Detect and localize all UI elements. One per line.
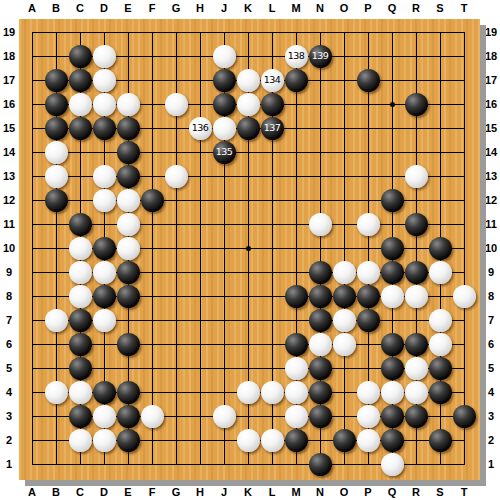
col-label-top-T: T	[454, 2, 474, 14]
row-label-left-9: 9	[0, 266, 18, 278]
stone-black-T3[interactable]	[453, 405, 476, 428]
star-point-K10	[246, 246, 251, 251]
col-label-bottom-J: J	[214, 486, 234, 498]
row-label-right-14: 14	[482, 146, 500, 158]
stone-black-C18[interactable]	[69, 45, 92, 68]
stone-black-C3[interactable]	[69, 405, 92, 428]
row-label-left-1: 1	[0, 458, 18, 470]
move-number-label: 135	[216, 147, 232, 157]
row-label-right-10: 10	[482, 242, 500, 254]
stone-black-E9[interactable]	[117, 261, 140, 284]
col-label-bottom-M: M	[286, 486, 306, 498]
stone-white-Q4[interactable]	[381, 381, 404, 404]
row-label-left-2: 2	[0, 434, 18, 446]
stone-white-D16[interactable]	[93, 93, 116, 116]
row-label-right-8: 8	[482, 290, 500, 302]
stone-black-D10[interactable]	[93, 237, 116, 260]
stone-black-C7[interactable]	[69, 309, 92, 332]
row-label-right-4: 4	[482, 386, 500, 398]
stone-black-D15[interactable]	[93, 117, 116, 140]
stone-white-D7[interactable]	[93, 309, 116, 332]
row-label-right-9: 9	[482, 266, 500, 278]
move-number-label: 136	[192, 123, 208, 133]
stone-black-D4[interactable]	[93, 381, 116, 404]
stone-black-Q9[interactable]	[381, 261, 404, 284]
stone-white-O7[interactable]	[333, 309, 356, 332]
row-label-right-1: 1	[482, 458, 500, 470]
stone-white-D13[interactable]	[93, 165, 116, 188]
stone-black-N4[interactable]	[309, 381, 332, 404]
stone-white-J3[interactable]	[213, 405, 236, 428]
stone-black-J17[interactable]	[213, 69, 236, 92]
stone-white-K2[interactable]	[237, 429, 260, 452]
stone-white-C9[interactable]	[69, 261, 92, 284]
stone-black-C17[interactable]	[69, 69, 92, 92]
stone-black-J14[interactable]: 135	[213, 141, 236, 164]
stone-black-D8[interactable]	[93, 285, 116, 308]
stone-white-C4[interactable]	[69, 381, 92, 404]
stone-white-C2[interactable]	[69, 429, 92, 452]
move-number-label: 137	[264, 123, 280, 133]
stone-black-Q3[interactable]	[381, 405, 404, 428]
row-label-left-8: 8	[0, 290, 18, 302]
stone-white-R8[interactable]	[405, 285, 428, 308]
stone-white-M18[interactable]: 138	[285, 45, 308, 68]
stone-black-M6[interactable]	[285, 333, 308, 356]
stone-black-E14[interactable]	[117, 141, 140, 164]
stone-black-C11[interactable]	[69, 213, 92, 236]
col-label-bottom-D: D	[94, 486, 114, 498]
stone-white-C16[interactable]	[69, 93, 92, 116]
col-label-top-D: D	[94, 2, 114, 14]
stone-black-O8[interactable]	[333, 285, 356, 308]
col-label-top-K: K	[238, 2, 258, 14]
col-label-bottom-O: O	[334, 486, 354, 498]
stone-black-E2[interactable]	[117, 429, 140, 452]
stone-white-J15[interactable]	[213, 117, 236, 140]
stone-white-G16[interactable]	[165, 93, 188, 116]
row-label-left-14: 14	[0, 146, 18, 158]
stone-black-J16[interactable]	[213, 93, 236, 116]
stone-black-S2[interactable]	[429, 429, 452, 452]
stone-white-C8[interactable]	[69, 285, 92, 308]
stone-white-H15[interactable]: 136	[189, 117, 212, 140]
col-label-bottom-F: F	[142, 486, 162, 498]
stone-white-S7[interactable]	[429, 309, 452, 332]
stone-white-Q1[interactable]	[381, 453, 404, 476]
stone-white-P11[interactable]	[357, 213, 380, 236]
stone-white-E10[interactable]	[117, 237, 140, 260]
row-label-left-19: 19	[0, 26, 18, 38]
col-label-bottom-K: K	[238, 486, 258, 498]
col-label-top-S: S	[430, 2, 450, 14]
move-number-label: 138	[288, 51, 304, 61]
col-label-bottom-R: R	[406, 486, 426, 498]
col-label-bottom-L: L	[262, 486, 282, 498]
row-label-right-18: 18	[482, 50, 500, 62]
stone-white-D17[interactable]	[93, 69, 116, 92]
stone-black-E3[interactable]	[117, 405, 140, 428]
stone-black-M17[interactable]	[285, 69, 308, 92]
stone-black-N7[interactable]	[309, 309, 332, 332]
row-label-right-17: 17	[482, 74, 500, 86]
stone-white-M4[interactable]	[285, 381, 308, 404]
stone-black-S5[interactable]	[429, 357, 452, 380]
col-label-bottom-H: H	[190, 486, 210, 498]
col-label-top-H: H	[190, 2, 210, 14]
stone-white-R4[interactable]	[405, 381, 428, 404]
col-label-bottom-A: A	[22, 486, 42, 498]
col-label-top-R: R	[406, 2, 426, 14]
stone-black-C6[interactable]	[69, 333, 92, 356]
row-label-right-15: 15	[482, 122, 500, 134]
stone-white-N11[interactable]	[309, 213, 332, 236]
stone-white-D18[interactable]	[93, 45, 116, 68]
col-label-bottom-E: E	[118, 486, 138, 498]
row-label-left-6: 6	[0, 338, 18, 350]
goban-diagram: ABCDEFGHJKLMNOPQRST ABCDEFGHJKLMNOPQRST …	[0, 0, 500, 500]
stone-black-E6[interactable]	[117, 333, 140, 356]
stone-white-E11[interactable]	[117, 213, 140, 236]
stone-black-R16[interactable]	[405, 93, 428, 116]
stone-black-M8[interactable]	[285, 285, 308, 308]
stone-black-Q12[interactable]	[381, 189, 404, 212]
row-label-right-19: 19	[482, 26, 500, 38]
col-label-bottom-C: C	[70, 486, 90, 498]
col-label-bottom-G: G	[166, 486, 186, 498]
col-label-bottom-P: P	[358, 486, 378, 498]
stone-white-T8[interactable]	[453, 285, 476, 308]
row-label-right-12: 12	[482, 194, 500, 206]
stone-black-Q6[interactable]	[381, 333, 404, 356]
stone-white-B14[interactable]	[45, 141, 68, 164]
grid-vline-O	[344, 32, 345, 465]
row-label-left-18: 18	[0, 50, 18, 62]
col-label-top-P: P	[358, 2, 378, 14]
stone-black-B17[interactable]	[45, 69, 68, 92]
stone-white-E16[interactable]	[117, 93, 140, 116]
row-label-right-16: 16	[482, 98, 500, 110]
row-label-left-16: 16	[0, 98, 18, 110]
col-label-bottom-N: N	[310, 486, 330, 498]
row-label-left-13: 13	[0, 170, 18, 182]
col-label-bottom-B: B	[46, 486, 66, 498]
stone-black-E4[interactable]	[117, 381, 140, 404]
stone-white-F3[interactable]	[141, 405, 164, 428]
stone-black-E13[interactable]	[117, 165, 140, 188]
row-label-right-13: 13	[482, 170, 500, 182]
col-label-top-Q: Q	[382, 2, 402, 14]
row-label-left-12: 12	[0, 194, 18, 206]
stone-black-S4[interactable]	[429, 381, 452, 404]
col-label-bottom-T: T	[454, 486, 474, 498]
col-label-top-M: M	[286, 2, 306, 14]
stone-white-C10[interactable]	[69, 237, 92, 260]
move-number-label: 134	[264, 75, 280, 85]
stone-black-B16[interactable]	[45, 93, 68, 116]
stone-black-R11[interactable]	[405, 213, 428, 236]
row-label-right-2: 2	[482, 434, 500, 446]
row-label-left-3: 3	[0, 410, 18, 422]
row-label-left-15: 15	[0, 122, 18, 134]
stone-white-B4[interactable]	[45, 381, 68, 404]
row-label-left-10: 10	[0, 242, 18, 254]
stone-white-D2[interactable]	[93, 429, 116, 452]
col-label-top-O: O	[334, 2, 354, 14]
col-label-top-A: A	[22, 2, 42, 14]
stone-black-P8[interactable]	[357, 285, 380, 308]
row-label-left-4: 4	[0, 386, 18, 398]
stone-black-N1[interactable]	[309, 453, 332, 476]
stone-white-N6[interactable]	[309, 333, 332, 356]
stone-white-B7[interactable]	[45, 309, 68, 332]
stone-white-S9[interactable]	[429, 261, 452, 284]
star-point-Q16	[390, 102, 395, 107]
stone-black-N3[interactable]	[309, 405, 332, 428]
stone-white-O6[interactable]	[333, 333, 356, 356]
row-label-right-11: 11	[482, 218, 500, 230]
stone-white-E12[interactable]	[117, 189, 140, 212]
stone-black-C15[interactable]	[69, 117, 92, 140]
stone-white-K17[interactable]	[237, 69, 260, 92]
stone-white-Q8[interactable]	[381, 285, 404, 308]
col-label-top-F: F	[142, 2, 162, 14]
stone-white-S6[interactable]	[429, 333, 452, 356]
stone-white-P4[interactable]	[357, 381, 380, 404]
stone-black-C5[interactable]	[69, 357, 92, 380]
stone-white-P3[interactable]	[357, 405, 380, 428]
row-label-left-11: 11	[0, 218, 18, 230]
row-label-right-3: 3	[482, 410, 500, 422]
row-label-right-7: 7	[482, 314, 500, 326]
col-label-top-J: J	[214, 2, 234, 14]
stone-black-E15[interactable]	[117, 117, 140, 140]
col-label-top-G: G	[166, 2, 186, 14]
stone-black-Q2[interactable]	[381, 429, 404, 452]
col-label-top-C: C	[70, 2, 90, 14]
stone-black-N8[interactable]	[309, 285, 332, 308]
stone-white-J18[interactable]	[213, 45, 236, 68]
stone-white-M3[interactable]	[285, 405, 308, 428]
stone-white-R13[interactable]	[405, 165, 428, 188]
stone-black-L16[interactable]	[261, 93, 284, 116]
row-label-left-17: 17	[0, 74, 18, 86]
stone-black-K15[interactable]	[237, 117, 260, 140]
stone-white-D9[interactable]	[93, 261, 116, 284]
col-label-bottom-Q: Q	[382, 486, 402, 498]
col-label-top-B: B	[46, 2, 66, 14]
stone-white-B13[interactable]	[45, 165, 68, 188]
move-number-label: 139	[312, 51, 328, 61]
stone-black-L15[interactable]: 137	[261, 117, 284, 140]
col-label-top-N: N	[310, 2, 330, 14]
stone-white-R5[interactable]	[405, 357, 428, 380]
stone-white-P9[interactable]	[357, 261, 380, 284]
stone-white-L4[interactable]	[261, 381, 284, 404]
stone-black-N9[interactable]	[309, 261, 332, 284]
col-label-top-E: E	[118, 2, 138, 14]
stone-black-P17[interactable]	[357, 69, 380, 92]
stone-black-S10[interactable]	[429, 237, 452, 260]
stone-white-D3[interactable]	[93, 405, 116, 428]
stone-white-D12[interactable]	[93, 189, 116, 212]
row-label-right-5: 5	[482, 362, 500, 374]
stone-black-R3[interactable]	[405, 405, 428, 428]
stone-black-O2[interactable]	[333, 429, 356, 452]
stone-white-K16[interactable]	[237, 93, 260, 116]
col-label-top-L: L	[262, 2, 282, 14]
stone-black-E8[interactable]	[117, 285, 140, 308]
go-board[interactable]: 138139134136137135	[19, 19, 480, 480]
stone-black-Q5[interactable]	[381, 357, 404, 380]
stone-white-G13[interactable]	[165, 165, 188, 188]
row-label-right-6: 6	[482, 338, 500, 350]
row-label-left-7: 7	[0, 314, 18, 326]
stone-white-M5[interactable]	[285, 357, 308, 380]
stone-white-K4[interactable]	[237, 381, 260, 404]
stone-white-L17[interactable]: 134	[261, 69, 284, 92]
stone-white-P2[interactable]	[357, 429, 380, 452]
stone-black-F12[interactable]	[141, 189, 164, 212]
stone-white-O9[interactable]	[333, 261, 356, 284]
col-label-bottom-S: S	[430, 486, 450, 498]
stone-black-Q10[interactable]	[381, 237, 404, 260]
stone-black-B12[interactable]	[45, 189, 68, 212]
stone-black-P7[interactable]	[357, 309, 380, 332]
stone-white-L2[interactable]	[261, 429, 284, 452]
stone-black-M2[interactable]	[285, 429, 308, 452]
stone-black-R9[interactable]	[405, 261, 428, 284]
row-label-left-5: 5	[0, 362, 18, 374]
stone-black-B15[interactable]	[45, 117, 68, 140]
stone-black-N5[interactable]	[309, 357, 332, 380]
stone-black-R6[interactable]	[405, 333, 428, 356]
stone-black-N18[interactable]: 139	[309, 45, 332, 68]
grid-vline-T	[464, 32, 465, 465]
